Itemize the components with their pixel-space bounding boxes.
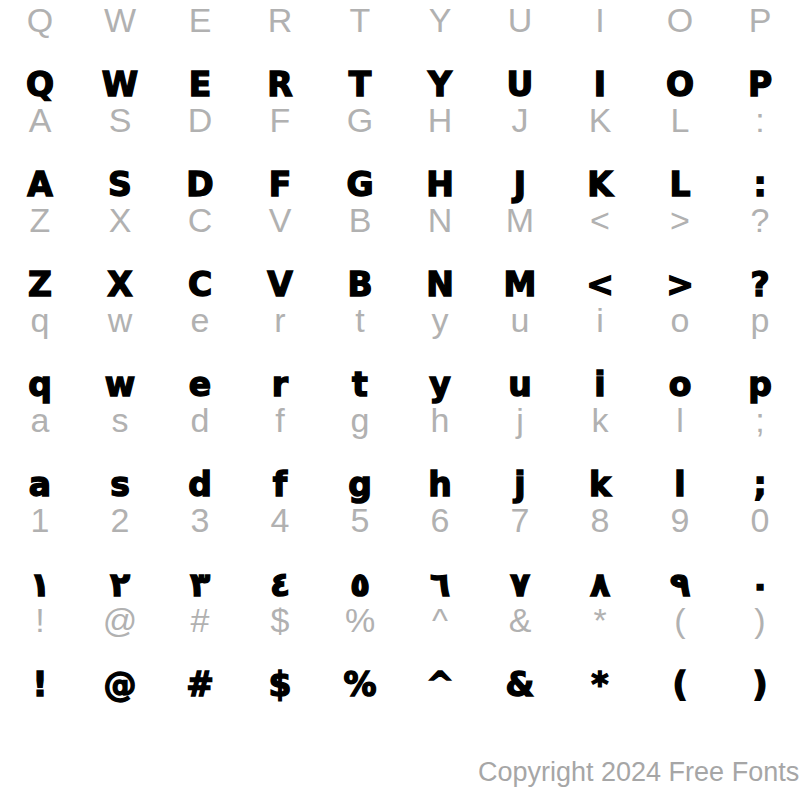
label-cell: < xyxy=(560,200,640,240)
glyph-cell: I xyxy=(560,65,640,105)
label-cell: @ xyxy=(80,600,160,640)
glyph-cell: p xyxy=(720,365,800,405)
glyph-cell: N xyxy=(400,265,480,305)
glyph-cell: * xyxy=(560,665,640,705)
glyph-cell: ٩ xyxy=(640,565,720,605)
label-cell: 2 xyxy=(80,500,160,540)
glyph-cell: & xyxy=(480,665,560,705)
label-row-lowercase-asdf: asdfghjkl; xyxy=(0,400,800,440)
glyph-cell: T xyxy=(320,65,400,105)
label-row-uppercase-zxcv: ZXCVBNM<>? xyxy=(0,200,800,240)
label-cell: F xyxy=(240,100,320,140)
label-cell: $ xyxy=(240,600,320,640)
label-cell: N xyxy=(400,200,480,240)
label-row-digits: 1234567890 xyxy=(0,500,800,540)
label-cell: % xyxy=(320,600,400,640)
glyph-cell: y xyxy=(400,365,480,405)
label-cell: H xyxy=(400,100,480,140)
label-cell: O xyxy=(640,0,720,40)
glyph-row-uppercase-qwerty: QWERTYUIOP xyxy=(0,65,800,105)
glyph-cell: P xyxy=(720,65,800,105)
glyph-cell: ? xyxy=(720,265,800,305)
glyph-row-digits: ١٢٣٤٥٦٧٨٩٠ xyxy=(0,565,800,605)
glyph-cell: ١ xyxy=(0,565,80,605)
glyph-cell: f xyxy=(240,465,320,505)
label-cell: ( xyxy=(640,600,720,640)
glyph-cell: ٨ xyxy=(560,565,640,605)
label-cell: t xyxy=(320,300,400,340)
label-cell: Q xyxy=(0,0,80,40)
label-cell: l xyxy=(640,400,720,440)
label-cell: P xyxy=(720,0,800,40)
label-cell: ^ xyxy=(400,600,480,640)
label-cell: I xyxy=(560,0,640,40)
glyph-cell: ^ xyxy=(400,665,480,705)
label-cell: 7 xyxy=(480,500,560,540)
glyph-cell: O xyxy=(640,65,720,105)
glyph-cell: L xyxy=(640,165,720,205)
glyph-cell: r xyxy=(240,365,320,405)
glyph-cell: o xyxy=(640,365,720,405)
label-cell: R xyxy=(240,0,320,40)
glyph-row-uppercase-zxcv: ZXCVBNM<>? xyxy=(0,265,800,305)
glyph-cell: G xyxy=(320,165,400,205)
label-row-uppercase-asdf: ASDFGHJKL: xyxy=(0,100,800,140)
label-cell: 5 xyxy=(320,500,400,540)
glyph-cell: ٠ xyxy=(720,565,800,605)
glyph-cell: Q xyxy=(0,65,80,105)
glyph-cell: B xyxy=(320,265,400,305)
label-cell: r xyxy=(240,300,320,340)
glyph-cell: H xyxy=(400,165,480,205)
label-cell: p xyxy=(720,300,800,340)
label-cell: 6 xyxy=(400,500,480,540)
label-cell: L xyxy=(640,100,720,140)
glyph-cell: # xyxy=(160,665,240,705)
glyph-cell: h xyxy=(400,465,480,505)
label-cell: E xyxy=(160,0,240,40)
label-cell: Y xyxy=(400,0,480,40)
glyph-cell: ٣ xyxy=(160,565,240,605)
glyph-cell: w xyxy=(80,365,160,405)
glyph-cell: M xyxy=(480,265,560,305)
label-cell: u xyxy=(480,300,560,340)
glyph-cell: t xyxy=(320,365,400,405)
label-cell: k xyxy=(560,400,640,440)
label-cell: U xyxy=(480,0,560,40)
label-cell: 8 xyxy=(560,500,640,540)
glyph-cell: < xyxy=(560,265,640,305)
label-cell: D xyxy=(160,100,240,140)
glyph-cell: Z xyxy=(0,265,80,305)
glyph-cell: Y xyxy=(400,65,480,105)
label-row-symbols: !@#$%^&*() xyxy=(0,600,800,640)
glyph-row-lowercase-qwerty: qwertyuiop xyxy=(0,365,800,405)
glyph-cell: U xyxy=(480,65,560,105)
label-cell: 9 xyxy=(640,500,720,540)
glyph-cell: ( xyxy=(640,665,720,705)
label-cell: W xyxy=(80,0,160,40)
glyph-cell: R xyxy=(240,65,320,105)
label-cell: ; xyxy=(720,400,800,440)
label-cell: j xyxy=(480,400,560,440)
glyph-cell: a xyxy=(0,465,80,505)
glyph-cell: ! xyxy=(0,665,80,705)
glyph-cell: ٤ xyxy=(240,565,320,605)
glyph-cell: X xyxy=(80,265,160,305)
glyph-cell: d xyxy=(160,465,240,505)
label-cell: * xyxy=(560,600,640,640)
label-cell: ! xyxy=(0,600,80,640)
glyph-cell: $ xyxy=(240,665,320,705)
label-cell: V xyxy=(240,200,320,240)
glyph-cell: E xyxy=(160,65,240,105)
glyph-cell: ٢ xyxy=(80,565,160,605)
glyph-cell: > xyxy=(640,265,720,305)
label-cell: B xyxy=(320,200,400,240)
label-cell: s xyxy=(80,400,160,440)
glyph-row-lowercase-asdf: asdfghjkl; xyxy=(0,465,800,505)
label-cell: o xyxy=(640,300,720,340)
label-cell: J xyxy=(480,100,560,140)
glyph-cell: A xyxy=(0,165,80,205)
glyph-cell: K xyxy=(560,165,640,205)
glyph-cell: C xyxy=(160,265,240,305)
label-cell: y xyxy=(400,300,480,340)
glyph-cell: q xyxy=(0,365,80,405)
glyph-cell: e xyxy=(160,365,240,405)
label-cell: K xyxy=(560,100,640,140)
label-cell: ) xyxy=(720,600,800,640)
label-cell: 3 xyxy=(160,500,240,540)
label-cell: M xyxy=(480,200,560,240)
glyph-cell: W xyxy=(80,65,160,105)
glyph-cell: u xyxy=(480,365,560,405)
label-cell: 0 xyxy=(720,500,800,540)
label-cell: a xyxy=(0,400,80,440)
glyph-cell: k xyxy=(560,465,640,505)
glyph-cell: D xyxy=(160,165,240,205)
label-cell: X xyxy=(80,200,160,240)
glyph-cell: l xyxy=(640,465,720,505)
glyph-cell: i xyxy=(560,365,640,405)
label-cell: q xyxy=(0,300,80,340)
glyph-cell: ٥ xyxy=(320,565,400,605)
label-cell: : xyxy=(720,100,800,140)
glyph-cell: ٦ xyxy=(400,565,480,605)
label-cell: h xyxy=(400,400,480,440)
glyph-cell: g xyxy=(320,465,400,505)
glyph-cell: s xyxy=(80,465,160,505)
glyph-row-uppercase-asdf: ASDFGHJKL: xyxy=(0,165,800,205)
label-cell: T xyxy=(320,0,400,40)
font-specimen-sheet: QWERTYUIOPQWERTYUIOPASDFGHJKL:ASDFGHJKL:… xyxy=(0,0,800,800)
label-row-uppercase-qwerty: QWERTYUIOP xyxy=(0,0,800,40)
glyph-cell: @ xyxy=(80,665,160,705)
glyph-cell: S xyxy=(80,165,160,205)
glyph-cell: ; xyxy=(720,465,800,505)
label-row-lowercase-qwerty: qwertyuiop xyxy=(0,300,800,340)
glyph-row-symbols: !@#$%^&*() xyxy=(0,665,800,705)
label-cell: & xyxy=(480,600,560,640)
label-cell: f xyxy=(240,400,320,440)
label-cell: A xyxy=(0,100,80,140)
glyph-cell: ٧ xyxy=(480,565,560,605)
label-cell: w xyxy=(80,300,160,340)
label-cell: C xyxy=(160,200,240,240)
copyright-text: Copyright 2024 Free Fonts xyxy=(478,756,799,788)
label-cell: G xyxy=(320,100,400,140)
label-cell: # xyxy=(160,600,240,640)
glyph-cell: : xyxy=(720,165,800,205)
label-cell: d xyxy=(160,400,240,440)
glyph-cell: ) xyxy=(720,665,800,705)
glyph-cell: % xyxy=(320,665,400,705)
label-cell: ? xyxy=(720,200,800,240)
label-cell: e xyxy=(160,300,240,340)
glyph-cell: F xyxy=(240,165,320,205)
glyph-cell: j xyxy=(480,465,560,505)
label-cell: i xyxy=(560,300,640,340)
label-cell: 4 xyxy=(240,500,320,540)
glyph-cell: V xyxy=(240,265,320,305)
glyph-cell: J xyxy=(480,165,560,205)
label-cell: > xyxy=(640,200,720,240)
label-cell: Z xyxy=(0,200,80,240)
label-cell: 1 xyxy=(0,500,80,540)
label-cell: g xyxy=(320,400,400,440)
label-cell: S xyxy=(80,100,160,140)
